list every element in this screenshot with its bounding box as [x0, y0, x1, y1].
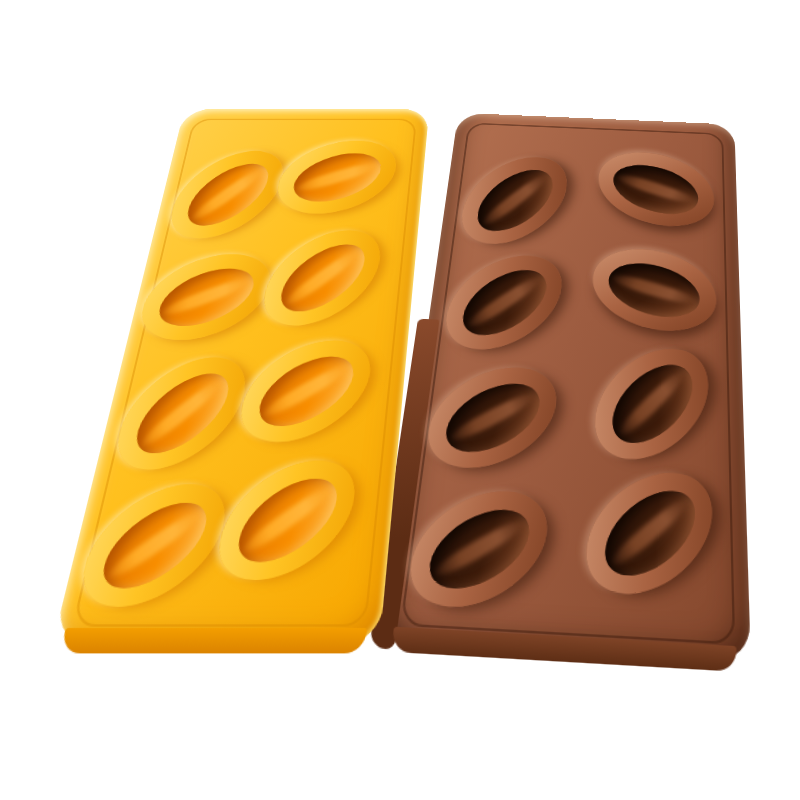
yellow-mold-bean-recess-5 [124, 360, 242, 469]
brown-mold-bean-cavity-8 [564, 450, 736, 620]
brown-mold-bean-crease-8 [606, 493, 693, 572]
brown-mold-bean-crease-3 [463, 272, 545, 332]
brown-mold-bean-recess-8 [590, 475, 710, 593]
yellow-mold-bean-cavity-4 [246, 213, 399, 346]
yellow-mold-bean-recess-6 [249, 343, 364, 441]
yellow-mold-bean-recess-3 [154, 258, 260, 338]
yellow-mold-bean-recess-7 [92, 487, 218, 607]
yellow-mold-bean-cavity-8 [201, 438, 375, 607]
brown-mold-bottom-edge [391, 627, 737, 672]
brown-mold-bean-crease-1 [478, 171, 551, 229]
brown-mold-bean-recess-1 [465, 159, 565, 243]
yellow-mold-bean-crease-6 [260, 360, 353, 422]
yellow-coffee-bean-mold [53, 109, 429, 643]
yellow-mold-bottom-edge [60, 628, 367, 653]
brown-mold-bean-recess-7 [418, 494, 541, 605]
yellow-mold-bean-crease-1 [188, 165, 267, 224]
yellow-mold-bean-cavity-3 [134, 239, 280, 358]
brown-mold-bean-cavity-4 [581, 236, 726, 344]
brown-mold-bean-recess-3 [451, 258, 559, 349]
brown-coffee-bean-mold [383, 113, 751, 662]
yellow-mold-bean-crease-5 [137, 375, 227, 452]
yellow-mold-bean-recess-1 [176, 153, 280, 238]
yellow-mold-bean-recess-8 [226, 463, 350, 580]
yellow-mold-bean-crease-4 [282, 246, 364, 309]
brown-mold-bean-crease-6 [614, 366, 690, 441]
yellow-mold-bean-cavity-5 [99, 337, 266, 493]
yellow-mold-bean-recess-2 [289, 145, 386, 211]
brown-mold-bean-cavity-1 [443, 141, 586, 262]
brown-mold-bean-recess-2 [606, 156, 706, 224]
brown-mold-bean-cavity-3 [428, 238, 581, 370]
yellow-mold-bean-cavity-6 [226, 321, 387, 464]
brown-mold-bean-crease-4 [609, 271, 699, 308]
brown-mold-bean-cavity-5 [412, 348, 574, 489]
yellow-mold-bean-crease-7 [104, 505, 206, 584]
product-photo [0, 0, 800, 800]
brown-mold-bean-recess-4 [601, 254, 705, 327]
yellow-mold-bean-recess-4 [269, 232, 377, 324]
brown-mold-bean-cavity-7 [393, 469, 566, 632]
brown-mold-bean-crease-7 [430, 514, 529, 582]
brown-mold-bean-recess-5 [436, 370, 551, 466]
yellow-mold-bean-cavity-2 [271, 128, 405, 227]
brown-mold-bean-recess-6 [598, 351, 708, 458]
brown-mold-bean-crease-5 [446, 388, 539, 446]
brown-mold-bean-cavity-6 [573, 329, 731, 482]
yellow-mold-bean-crease-2 [295, 159, 380, 194]
yellow-mold-bean-crease-3 [160, 274, 252, 320]
yellow-mold-bean-crease-8 [239, 481, 336, 558]
yellow-mold-bean-cavity-7 [67, 461, 244, 634]
brown-mold-bean-crease-2 [614, 171, 698, 208]
brown-mold-bean-cavity-2 [586, 140, 724, 240]
